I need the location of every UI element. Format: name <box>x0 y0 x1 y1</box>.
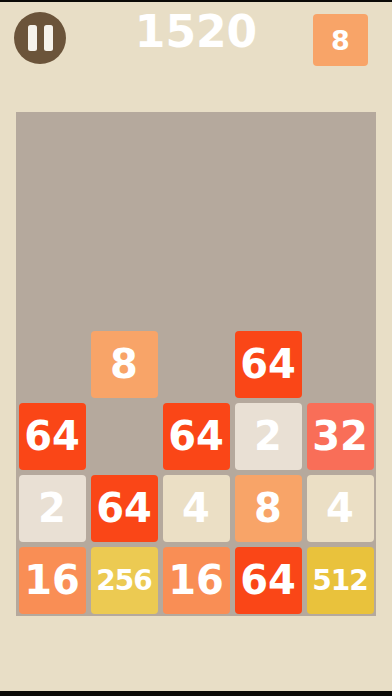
tile-512[interactable]: 512 <box>307 547 374 614</box>
tile-2[interactable]: 2 <box>19 475 86 542</box>
tile-4[interactable]: 4 <box>163 475 230 542</box>
tile-32[interactable]: 32 <box>307 403 374 470</box>
top-black-strip <box>0 0 392 2</box>
tile-64[interactable]: 64 <box>235 331 302 398</box>
tile-64[interactable]: 64 <box>235 547 302 614</box>
tile-8[interactable]: 8 <box>91 331 158 398</box>
tile-8[interactable]: 8 <box>235 475 302 542</box>
tile-2[interactable]: 2 <box>235 403 302 470</box>
tile-256[interactable]: 256 <box>91 547 158 614</box>
tile-16[interactable]: 16 <box>19 547 86 614</box>
tile-64[interactable]: 64 <box>163 403 230 470</box>
next-tile-value: 8 <box>331 25 350 56</box>
tile-64[interactable]: 64 <box>19 403 86 470</box>
bottom-black-strip <box>0 691 392 696</box>
tile-64[interactable]: 64 <box>91 475 158 542</box>
next-tile-preview: 8 <box>313 14 368 66</box>
game-screen: 1520 8 8646464232264484162561664512 <box>0 0 392 696</box>
tile-4[interactable]: 4 <box>307 475 374 542</box>
game-board[interactable]: 8646464232264484162561664512 <box>16 112 376 616</box>
tile-16[interactable]: 16 <box>163 547 230 614</box>
